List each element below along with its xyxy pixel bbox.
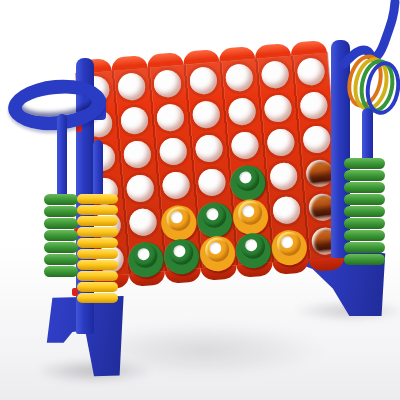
hole-with-orange-glimpse	[304, 158, 333, 187]
green-toss-ring[interactable]	[44, 242, 78, 253]
yellow-toss-ring[interactable]	[77, 238, 118, 248]
empty-hole	[122, 140, 151, 169]
cell-r2c5[interactable]	[222, 93, 261, 130]
cell-r6c2[interactable]: ●	[126, 237, 165, 274]
cell-r1c5[interactable]	[219, 59, 258, 96]
cell-r4c6[interactable]	[264, 157, 303, 194]
empty-hole	[188, 66, 217, 95]
cell-r2c4[interactable]	[186, 96, 225, 133]
green-toss-ring[interactable]	[344, 218, 385, 229]
yellow-toss-ring[interactable]	[77, 282, 118, 292]
green-toss-ring[interactable]	[44, 218, 78, 229]
green-disc[interactable]: ●	[238, 232, 267, 261]
product-photo-stage: ●●●●●●●●●	[0, 0, 400, 400]
cell-r3c6[interactable]	[261, 124, 300, 161]
green-toss-ring[interactable]	[44, 206, 78, 217]
yellow-toss-ring[interactable]	[77, 194, 118, 204]
ring-toss-peg-left[interactable]	[57, 114, 67, 202]
cell-r4c2[interactable]	[120, 170, 159, 207]
cell-r3c3[interactable]	[153, 133, 192, 170]
stack-green-left[interactable]	[44, 194, 78, 278]
yellow-toss-ring[interactable]	[77, 227, 118, 237]
cell-r6c3[interactable]: ●	[162, 234, 201, 271]
cell-r3c7[interactable]	[297, 121, 336, 158]
yellow-disc[interactable]: ●	[274, 229, 303, 258]
empty-hole	[194, 133, 223, 162]
empty-hole	[299, 91, 328, 120]
empty-hole	[119, 106, 148, 135]
stack-green-right[interactable]	[344, 158, 385, 266]
green-toss-ring[interactable]	[344, 182, 385, 193]
empty-hole	[302, 124, 331, 153]
green-toss-ring[interactable]	[344, 206, 385, 217]
empty-hole	[263, 94, 292, 123]
empty-hole	[227, 97, 256, 126]
cell-r1c7[interactable]	[291, 53, 330, 90]
empty-hole	[155, 103, 184, 132]
green-toss-ring[interactable]	[44, 194, 78, 205]
empty-hole	[260, 60, 289, 89]
cell-r1c4[interactable]	[184, 62, 223, 99]
green-toss-ring[interactable]	[344, 170, 385, 181]
yellow-toss-ring[interactable]	[77, 216, 118, 226]
yellow-toss-ring[interactable]	[77, 249, 118, 259]
green-toss-ring[interactable]	[344, 254, 385, 265]
cell-r3c4[interactable]	[189, 130, 228, 167]
stack-yellow-left[interactable]	[77, 194, 118, 304]
green-toss-ring[interactable]	[344, 242, 385, 253]
cell-r3c2[interactable]	[117, 136, 156, 173]
green-toss-ring[interactable]	[344, 194, 385, 205]
empty-hole	[158, 136, 187, 165]
empty-hole	[152, 69, 181, 98]
yellow-toss-ring[interactable]	[77, 260, 118, 270]
green-toss-ring[interactable]	[44, 230, 78, 241]
green-disc[interactable]: ●	[167, 238, 196, 267]
cell-r6c4[interactable]: ●	[198, 231, 237, 268]
empty-hole	[117, 72, 146, 101]
cell-r1c6[interactable]	[255, 56, 294, 93]
cell-r6c5[interactable]: ●	[234, 228, 273, 265]
empty-hole	[269, 161, 298, 190]
empty-hole	[224, 63, 253, 92]
green-toss-ring[interactable]	[344, 230, 385, 241]
cell-r2c3[interactable]	[150, 99, 189, 136]
yellow-toss-ring[interactable]	[77, 205, 118, 215]
cell-r2c6[interactable]	[258, 90, 297, 127]
green-toss-ring[interactable]	[44, 266, 78, 277]
empty-hole	[191, 100, 220, 129]
cell-r6c6[interactable]: ●	[270, 225, 309, 262]
empty-hole	[266, 127, 295, 156]
empty-hole	[125, 173, 154, 202]
green-toss-ring[interactable]	[44, 254, 78, 265]
cell-r2c2[interactable]	[115, 102, 154, 139]
cell-r1c3[interactable]	[148, 65, 187, 102]
cell-r1c2[interactable]	[112, 68, 151, 105]
yellow-disc[interactable]: ●	[203, 235, 232, 264]
empty-hole	[296, 57, 325, 86]
yellow-toss-ring[interactable]	[77, 293, 118, 303]
cell-r2c7[interactable]	[294, 87, 333, 124]
green-disc[interactable]: ●	[131, 241, 160, 270]
yellow-toss-ring[interactable]	[77, 271, 118, 281]
green-toss-ring[interactable]	[344, 158, 385, 169]
